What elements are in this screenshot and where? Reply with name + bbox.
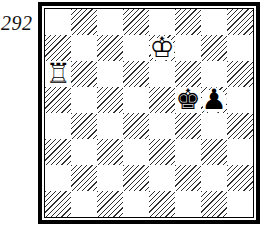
chess-piece-white-rook: ♖ — [45, 61, 71, 87]
square-d4 — [123, 113, 149, 139]
square-a6: ♖ — [45, 61, 71, 87]
square-h7 — [227, 35, 253, 61]
square-e2 — [149, 165, 175, 191]
square-e1 — [149, 191, 175, 217]
square-c6 — [97, 61, 123, 87]
square-c5 — [97, 87, 123, 113]
square-c8 — [97, 9, 123, 35]
square-d2 — [123, 165, 149, 191]
square-h1 — [227, 191, 253, 217]
square-f5: ♚ — [175, 87, 201, 113]
square-b2 — [71, 165, 97, 191]
square-e7: ♔ — [149, 35, 175, 61]
square-f2 — [175, 165, 201, 191]
square-b5 — [71, 87, 97, 113]
square-a5 — [45, 87, 71, 113]
square-f7 — [175, 35, 201, 61]
square-g2 — [201, 165, 227, 191]
square-f8 — [175, 9, 201, 35]
square-g1 — [201, 191, 227, 217]
chess-piece-black-king: ♚ — [175, 87, 201, 113]
square-g8 — [201, 9, 227, 35]
diagram-number: 292 — [1, 12, 33, 35]
square-a2 — [45, 165, 71, 191]
square-d6 — [123, 61, 149, 87]
square-g4 — [201, 113, 227, 139]
square-c3 — [97, 139, 123, 165]
square-c7 — [97, 35, 123, 61]
square-d7 — [123, 35, 149, 61]
square-e6 — [149, 61, 175, 87]
square-a4 — [45, 113, 71, 139]
square-d1 — [123, 191, 149, 217]
square-g7 — [201, 35, 227, 61]
square-e5 — [149, 87, 175, 113]
square-d3 — [123, 139, 149, 165]
square-d5 — [123, 87, 149, 113]
square-b8 — [71, 9, 97, 35]
square-h8 — [227, 9, 253, 35]
square-b3 — [71, 139, 97, 165]
square-c1 — [97, 191, 123, 217]
square-h3 — [227, 139, 253, 165]
chess-piece-white-king: ♔ — [149, 35, 175, 61]
chess-piece-black-pawn: ♟ — [201, 87, 227, 113]
square-a8 — [45, 9, 71, 35]
square-e4 — [149, 113, 175, 139]
square-f4 — [175, 113, 201, 139]
square-g5: ♟ — [201, 87, 227, 113]
square-e3 — [149, 139, 175, 165]
square-h2 — [227, 165, 253, 191]
square-a3 — [45, 139, 71, 165]
chess-board: ♔♖♚♟ — [38, 2, 260, 224]
square-d8 — [123, 9, 149, 35]
square-c2 — [97, 165, 123, 191]
square-g3 — [201, 139, 227, 165]
square-c4 — [97, 113, 123, 139]
square-b1 — [71, 191, 97, 217]
square-h5 — [227, 87, 253, 113]
square-a1 — [45, 191, 71, 217]
square-f3 — [175, 139, 201, 165]
board-grid: ♔♖♚♟ — [45, 9, 253, 217]
square-b4 — [71, 113, 97, 139]
board-inner-border: ♔♖♚♟ — [44, 8, 254, 218]
square-f1 — [175, 191, 201, 217]
square-h4 — [227, 113, 253, 139]
square-h6 — [227, 61, 253, 87]
square-b6 — [71, 61, 97, 87]
square-b7 — [71, 35, 97, 61]
